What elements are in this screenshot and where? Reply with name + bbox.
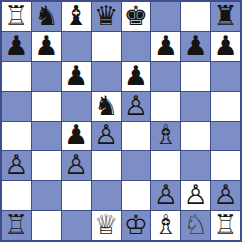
square-b4[interactable] [32,122,61,151]
white-bishop-f4: ♗ [154,122,178,149]
chess-board: ♖♞♝♛♚♜♟♟♟♟♟♟♟♞♙♟♙♗♙♙♙♙♙♖♕♔♗♘♖ [0,0,242,242]
square-h2[interactable]: ♙ [211,181,240,210]
square-a6[interactable] [2,62,31,91]
black-rook-h8: ♜ [213,2,237,29]
black-pawn-f7: ♟ [154,32,178,59]
black-pawn-c6: ♟ [64,62,88,89]
white-pawn-f2: ♙ [154,181,178,208]
white-pawn-c3: ♙ [64,151,88,178]
black-queen-d8: ♛ [94,2,118,29]
square-a4[interactable] [2,122,31,151]
square-f8[interactable] [151,2,180,31]
square-c6[interactable]: ♟ [62,62,91,91]
square-e1[interactable]: ♔ [122,211,151,240]
square-e7[interactable] [122,32,151,61]
square-g8[interactable] [181,2,210,31]
black-pawn-e6: ♟ [124,62,148,89]
square-g2[interactable]: ♙ [181,181,210,210]
black-pawn-b7: ♟ [34,32,58,59]
square-b1[interactable] [32,211,61,240]
square-g5[interactable] [181,92,210,121]
white-rook-h1: ♖ [213,211,237,238]
square-f6[interactable] [151,62,180,91]
square-e5[interactable]: ♙ [122,92,151,121]
square-a2[interactable] [2,181,31,210]
square-d4[interactable]: ♙ [92,122,121,151]
square-h5[interactable] [211,92,240,121]
square-d5[interactable]: ♞ [92,92,121,121]
square-b6[interactable] [32,62,61,91]
square-e4[interactable] [122,122,151,151]
square-d1[interactable]: ♕ [92,211,121,240]
square-b8[interactable]: ♞ [32,2,61,31]
square-f2[interactable]: ♙ [151,181,180,210]
square-h1[interactable]: ♖ [211,211,240,240]
white-pawn-a3: ♙ [4,151,28,178]
chess-board-grid: ♖♞♝♛♚♜♟♟♟♟♟♟♟♞♙♟♙♗♙♙♙♙♙♖♕♔♗♘♖ [0,0,242,242]
white-pawn-e5: ♙ [124,92,148,119]
square-h4[interactable] [211,122,240,151]
square-a5[interactable] [2,92,31,121]
square-c7[interactable] [62,32,91,61]
square-g3[interactable] [181,151,210,180]
square-d3[interactable] [92,151,121,180]
black-pawn-g7: ♟ [184,32,208,59]
white-queen-d1: ♕ [94,211,118,238]
square-g4[interactable] [181,122,210,151]
white-bishop-f1: ♗ [154,211,178,238]
white-pawn-d4: ♙ [94,122,118,149]
square-e6[interactable]: ♟ [122,62,151,91]
square-g1[interactable]: ♘ [181,211,210,240]
square-c4[interactable]: ♟ [62,122,91,151]
square-g6[interactable] [181,62,210,91]
square-h8[interactable]: ♜ [211,2,240,31]
square-f1[interactable]: ♗ [151,211,180,240]
black-knight-d5: ♞ [94,92,118,119]
square-h6[interactable] [211,62,240,91]
square-b7[interactable]: ♟ [32,32,61,61]
black-king-e8: ♚ [124,2,148,29]
square-b3[interactable] [32,151,61,180]
square-h3[interactable] [211,151,240,180]
square-g7[interactable]: ♟ [181,32,210,61]
square-f7[interactable]: ♟ [151,32,180,61]
black-pawn-a7: ♟ [4,32,28,59]
square-e2[interactable] [122,181,151,210]
white-rook-a1: ♖ [4,211,28,238]
white-king-e1: ♔ [124,211,148,238]
square-d6[interactable] [92,62,121,91]
square-c2[interactable] [62,181,91,210]
white-knight-g1: ♘ [184,211,208,238]
square-h7[interactable]: ♟ [211,32,240,61]
square-a3[interactable]: ♙ [2,151,31,180]
square-f5[interactable] [151,92,180,121]
black-pawn-h7: ♟ [213,32,237,59]
black-knight-b8: ♞ [34,2,58,29]
black-pawn-c4: ♟ [64,122,88,149]
square-d7[interactable] [92,32,121,61]
square-d2[interactable] [92,181,121,210]
white-pawn-g2: ♙ [184,181,208,208]
square-f3[interactable] [151,151,180,180]
black-bishop-c8: ♝ [64,2,88,29]
square-a7[interactable]: ♟ [2,32,31,61]
square-c8[interactable]: ♝ [62,2,91,31]
square-a1[interactable]: ♖ [2,211,31,240]
square-c1[interactable] [62,211,91,240]
square-f4[interactable]: ♗ [151,122,180,151]
square-e8[interactable]: ♚ [122,2,151,31]
square-a8[interactable]: ♖ [2,2,31,31]
white-pawn-h2: ♙ [213,181,237,208]
square-d8[interactable]: ♛ [92,2,121,31]
square-c3[interactable]: ♙ [62,151,91,180]
square-e3[interactable] [122,151,151,180]
square-b2[interactable] [32,181,61,210]
square-b5[interactable] [32,92,61,121]
white-rook-a8: ♖ [4,2,28,29]
square-c5[interactable] [62,92,91,121]
